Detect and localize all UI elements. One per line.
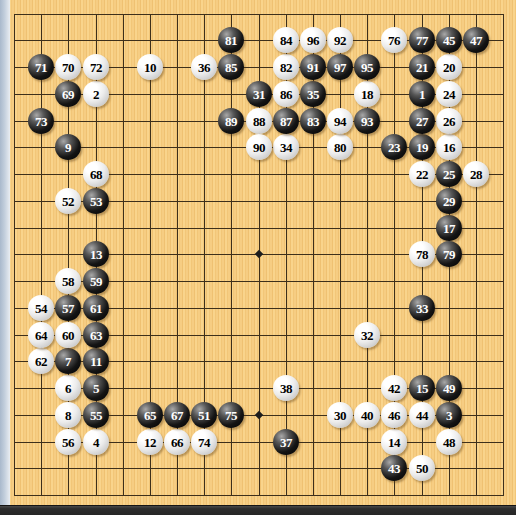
stone-number: 37 <box>280 436 292 449</box>
stone-number: 16 <box>443 141 455 154</box>
stone-69-black: 69 <box>55 81 81 107</box>
stone-number: 10 <box>144 61 156 74</box>
stone-number: 1 <box>419 88 425 101</box>
stone-number: 55 <box>90 409 102 422</box>
stone-number: 59 <box>90 275 102 288</box>
stone-12-white: 12 <box>137 429 163 455</box>
stone-65-black: 65 <box>137 402 163 428</box>
stone-89-black: 89 <box>218 108 244 134</box>
stone-35-black: 35 <box>300 81 326 107</box>
stone-58-white: 58 <box>55 268 81 294</box>
stone-30-white: 30 <box>327 402 353 428</box>
stone-number: 24 <box>443 88 455 101</box>
stone-32-white: 32 <box>354 322 380 348</box>
stone-number: 13 <box>90 248 102 261</box>
stone-20-white: 20 <box>436 54 462 80</box>
grid-line-vertical <box>14 14 15 496</box>
stone-number: 74 <box>198 436 210 449</box>
stone-number: 47 <box>470 34 482 47</box>
stone-number: 15 <box>416 382 428 395</box>
stone-number: 84 <box>280 34 292 47</box>
stone-number: 42 <box>388 382 400 395</box>
stone-66-white: 66 <box>164 429 190 455</box>
stone-95-black: 95 <box>354 54 380 80</box>
stone-11-black: 11 <box>83 348 109 374</box>
stone-number: 57 <box>62 302 74 315</box>
go-board[interactable]: 1234567891011121314151617181920212223242… <box>0 0 516 505</box>
stone-7-black: 7 <box>55 348 81 374</box>
stone-10-white: 10 <box>137 54 163 80</box>
stone-number: 76 <box>388 34 400 47</box>
stone-number: 94 <box>334 115 346 128</box>
stone-number: 12 <box>144 436 156 449</box>
stone-number: 88 <box>253 115 265 128</box>
stone-number: 48 <box>443 436 455 449</box>
stone-54-white: 54 <box>28 295 54 321</box>
stone-number: 89 <box>225 115 237 128</box>
stone-79-black: 79 <box>436 241 462 267</box>
stone-number: 4 <box>93 436 99 449</box>
stone-number: 19 <box>416 141 428 154</box>
stone-8-white: 8 <box>55 402 81 428</box>
stone-64-white: 64 <box>28 322 54 348</box>
stone-84-white: 84 <box>273 27 299 53</box>
stone-number: 53 <box>90 195 102 208</box>
stone-47-black: 47 <box>463 27 489 53</box>
left-panel-edge <box>0 0 10 505</box>
stone-16-white: 16 <box>436 134 462 160</box>
stone-26-white: 26 <box>436 108 462 134</box>
stone-number: 63 <box>90 329 102 342</box>
stone-number: 34 <box>280 141 292 154</box>
stone-97-black: 97 <box>327 54 353 80</box>
stone-3-black: 3 <box>436 402 462 428</box>
stone-number: 22 <box>416 168 428 181</box>
stone-25-black: 25 <box>436 161 462 187</box>
stone-number: 77 <box>416 34 428 47</box>
stone-4-white: 4 <box>83 429 109 455</box>
stone-71-black: 71 <box>28 54 54 80</box>
stone-number: 29 <box>443 195 455 208</box>
stone-51-black: 51 <box>191 402 217 428</box>
stone-27-black: 27 <box>409 108 435 134</box>
stone-number: 83 <box>307 115 319 128</box>
stone-1-black: 1 <box>409 81 435 107</box>
stone-number: 70 <box>62 61 74 74</box>
stone-number: 36 <box>198 61 210 74</box>
stone-46-white: 46 <box>381 402 407 428</box>
stone-24-white: 24 <box>436 81 462 107</box>
stone-number: 20 <box>443 61 455 74</box>
stone-50-white: 50 <box>409 455 435 481</box>
stone-number: 85 <box>225 61 237 74</box>
stone-83-black: 83 <box>300 108 326 134</box>
stone-62-white: 62 <box>28 348 54 374</box>
star-point <box>255 411 263 419</box>
stone-43-black: 43 <box>381 455 407 481</box>
stone-48-white: 48 <box>436 429 462 455</box>
stone-63-black: 63 <box>83 322 109 348</box>
stone-number: 50 <box>416 462 428 475</box>
stone-57-black: 57 <box>55 295 81 321</box>
stone-19-black: 19 <box>409 134 435 160</box>
grid-line-vertical <box>123 14 124 496</box>
stone-85-black: 85 <box>218 54 244 80</box>
stone-number: 86 <box>280 88 292 101</box>
stone-number: 52 <box>62 195 74 208</box>
stone-22-white: 22 <box>409 161 435 187</box>
stone-number: 56 <box>62 436 74 449</box>
stone-number: 6 <box>65 382 71 395</box>
stone-42-white: 42 <box>381 375 407 401</box>
stone-17-black: 17 <box>436 215 462 241</box>
stone-number: 40 <box>361 409 373 422</box>
stone-number: 97 <box>334 61 346 74</box>
stone-93-black: 93 <box>354 108 380 134</box>
stone-40-white: 40 <box>354 402 380 428</box>
stone-number: 18 <box>361 88 373 101</box>
stone-number: 82 <box>280 61 292 74</box>
stone-61-black: 61 <box>83 295 109 321</box>
stone-2-white: 2 <box>83 81 109 107</box>
stone-number: 49 <box>443 382 455 395</box>
stone-92-white: 92 <box>327 27 353 53</box>
stone-number: 54 <box>35 302 47 315</box>
stone-number: 38 <box>280 382 292 395</box>
bottom-window-bar <box>0 505 516 515</box>
grid-line-vertical <box>476 14 477 496</box>
grid-line-horizontal <box>14 14 504 15</box>
stone-87-black: 87 <box>273 108 299 134</box>
stone-56-white: 56 <box>55 429 81 455</box>
stone-82-white: 82 <box>273 54 299 80</box>
stone-18-white: 18 <box>354 81 380 107</box>
stone-53-black: 53 <box>83 188 109 214</box>
stone-number: 95 <box>361 61 373 74</box>
stone-38-white: 38 <box>273 375 299 401</box>
stone-number: 93 <box>361 115 373 128</box>
stone-34-white: 34 <box>273 134 299 160</box>
stone-number: 79 <box>443 248 455 261</box>
stone-number: 90 <box>253 141 265 154</box>
star-point <box>255 250 263 258</box>
stone-91-black: 91 <box>300 54 326 80</box>
stone-number: 64 <box>35 329 47 342</box>
stone-number: 46 <box>388 409 400 422</box>
stone-37-black: 37 <box>273 429 299 455</box>
stone-88-white: 88 <box>246 108 272 134</box>
stone-14-white: 14 <box>381 429 407 455</box>
stone-number: 5 <box>93 382 99 395</box>
stone-90-white: 90 <box>246 134 272 160</box>
stone-number: 30 <box>334 409 346 422</box>
stone-number: 91 <box>307 61 319 74</box>
stone-45-black: 45 <box>436 27 462 53</box>
stone-67-black: 67 <box>164 402 190 428</box>
stone-70-white: 70 <box>55 54 81 80</box>
stone-29-black: 29 <box>436 188 462 214</box>
stone-number: 9 <box>65 141 71 154</box>
stone-number: 14 <box>388 436 400 449</box>
stone-number: 44 <box>416 409 428 422</box>
stone-76-white: 76 <box>381 27 407 53</box>
stone-number: 11 <box>90 355 101 368</box>
stone-number: 3 <box>446 409 452 422</box>
stone-number: 78 <box>416 248 428 261</box>
stone-13-black: 13 <box>83 241 109 267</box>
stone-number: 43 <box>388 462 400 475</box>
stone-number: 87 <box>280 115 292 128</box>
stone-number: 2 <box>93 88 99 101</box>
stone-15-black: 15 <box>409 375 435 401</box>
stone-number: 31 <box>253 88 265 101</box>
stone-6-white: 6 <box>55 375 81 401</box>
grid-line-horizontal <box>14 495 504 496</box>
stone-number: 80 <box>334 141 346 154</box>
stone-number: 67 <box>171 409 183 422</box>
stone-number: 71 <box>35 61 47 74</box>
stone-5-black: 5 <box>83 375 109 401</box>
stone-96-white: 96 <box>300 27 326 53</box>
stone-number: 33 <box>416 302 428 315</box>
stone-number: 23 <box>388 141 400 154</box>
stone-number: 25 <box>443 168 455 181</box>
stone-number: 68 <box>90 168 102 181</box>
stone-number: 21 <box>416 61 428 74</box>
stone-number: 65 <box>144 409 156 422</box>
stone-31-black: 31 <box>246 81 272 107</box>
stone-number: 69 <box>62 88 74 101</box>
stone-77-black: 77 <box>409 27 435 53</box>
stone-number: 58 <box>62 275 74 288</box>
stone-73-black: 73 <box>28 108 54 134</box>
stone-number: 51 <box>198 409 210 422</box>
stone-75-black: 75 <box>218 402 244 428</box>
stone-number: 35 <box>307 88 319 101</box>
stone-number: 7 <box>65 355 71 368</box>
stone-78-white: 78 <box>409 241 435 267</box>
stone-55-black: 55 <box>83 402 109 428</box>
stone-72-white: 72 <box>83 54 109 80</box>
stone-52-white: 52 <box>55 188 81 214</box>
stone-number: 45 <box>443 34 455 47</box>
grid-line-vertical <box>503 14 504 496</box>
stone-80-white: 80 <box>327 134 353 160</box>
stone-number: 81 <box>225 34 237 47</box>
stone-60-white: 60 <box>55 322 81 348</box>
stone-number: 72 <box>90 61 102 74</box>
stone-28-white: 28 <box>463 161 489 187</box>
stone-number: 8 <box>65 409 71 422</box>
stone-number: 75 <box>225 409 237 422</box>
stone-number: 66 <box>171 436 183 449</box>
stone-number: 17 <box>443 222 455 235</box>
stone-number: 96 <box>307 34 319 47</box>
stone-74-white: 74 <box>191 429 217 455</box>
stone-number: 92 <box>334 34 346 47</box>
stone-number: 28 <box>470 168 482 181</box>
screenshot-root: 1234567891011121314151617181920212223242… <box>0 0 516 515</box>
stone-23-black: 23 <box>381 134 407 160</box>
stone-44-white: 44 <box>409 402 435 428</box>
stone-21-black: 21 <box>409 54 435 80</box>
grid-line-horizontal <box>14 228 504 229</box>
stone-94-white: 94 <box>327 108 353 134</box>
stone-49-black: 49 <box>436 375 462 401</box>
stone-number: 62 <box>35 355 47 368</box>
stone-number: 61 <box>90 302 102 315</box>
stone-86-white: 86 <box>273 81 299 107</box>
stone-number: 32 <box>361 329 373 342</box>
stone-number: 60 <box>62 329 74 342</box>
stone-number: 27 <box>416 115 428 128</box>
stone-68-white: 68 <box>83 161 109 187</box>
stone-81-black: 81 <box>218 27 244 53</box>
stone-33-black: 33 <box>409 295 435 321</box>
stone-59-black: 59 <box>83 268 109 294</box>
stone-9-black: 9 <box>55 134 81 160</box>
stone-36-white: 36 <box>191 54 217 80</box>
stone-number: 73 <box>35 115 47 128</box>
stone-number: 26 <box>443 115 455 128</box>
grid-line-vertical <box>41 14 42 496</box>
